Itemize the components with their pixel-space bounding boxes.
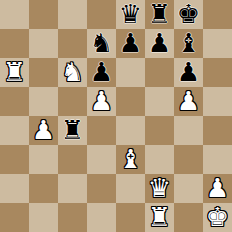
square-g2[interactable]	[174, 174, 203, 203]
piece-white-rook-f1[interactable]: ♜	[148, 203, 171, 232]
square-f8[interactable]: ♜	[145, 0, 174, 29]
square-d6[interactable]: ♟	[87, 58, 116, 87]
square-a7[interactable]	[0, 29, 29, 58]
piece-white-bishop-e3[interactable]: ♝	[119, 145, 142, 174]
square-e7[interactable]: ♟	[116, 29, 145, 58]
square-g5[interactable]: ♟	[174, 87, 203, 116]
square-e4[interactable]	[116, 116, 145, 145]
square-c3[interactable]	[58, 145, 87, 174]
square-b2[interactable]	[29, 174, 58, 203]
square-d3[interactable]	[87, 145, 116, 174]
square-f6[interactable]	[145, 58, 174, 87]
square-g7[interactable]: ♝	[174, 29, 203, 58]
piece-white-king-h1[interactable]: ♚	[206, 203, 229, 232]
square-c1[interactable]	[58, 203, 87, 232]
piece-white-knight-c6[interactable]: ♞	[61, 58, 84, 87]
square-f2[interactable]: ♛	[145, 174, 174, 203]
piece-white-pawn-d5[interactable]: ♟	[90, 87, 113, 116]
chess-board: ♛♜♚♞♟♟♝♜♞♟♟♟♟♟♜♝♛♟♜♚	[0, 0, 232, 232]
square-e8[interactable]: ♛	[116, 0, 145, 29]
square-c4[interactable]: ♜	[58, 116, 87, 145]
square-a5[interactable]	[0, 87, 29, 116]
piece-black-bishop-g7[interactable]: ♝	[177, 29, 200, 58]
piece-white-pawn-b4[interactable]: ♟	[32, 116, 55, 145]
piece-black-king-g8[interactable]: ♚	[177, 0, 200, 29]
square-a2[interactable]	[0, 174, 29, 203]
square-f5[interactable]	[145, 87, 174, 116]
piece-black-queen-e8[interactable]: ♛	[119, 0, 142, 29]
square-h1[interactable]: ♚	[203, 203, 232, 232]
piece-black-rook-f8[interactable]: ♜	[148, 0, 171, 29]
piece-white-pawn-g5[interactable]: ♟	[177, 87, 200, 116]
square-d7[interactable]: ♞	[87, 29, 116, 58]
piece-white-queen-f2[interactable]: ♛	[148, 174, 171, 203]
square-h5[interactable]	[203, 87, 232, 116]
square-d5[interactable]: ♟	[87, 87, 116, 116]
square-e2[interactable]	[116, 174, 145, 203]
square-b1[interactable]	[29, 203, 58, 232]
square-f4[interactable]	[145, 116, 174, 145]
square-h3[interactable]	[203, 145, 232, 174]
square-c2[interactable]	[58, 174, 87, 203]
square-h6[interactable]	[203, 58, 232, 87]
square-a1[interactable]	[0, 203, 29, 232]
square-c6[interactable]: ♞	[58, 58, 87, 87]
square-a3[interactable]	[0, 145, 29, 174]
piece-white-rook-a6[interactable]: ♜	[3, 58, 26, 87]
piece-white-pawn-h2[interactable]: ♟	[206, 174, 229, 203]
square-a4[interactable]	[0, 116, 29, 145]
square-g1[interactable]	[174, 203, 203, 232]
square-d8[interactable]	[87, 0, 116, 29]
square-g4[interactable]	[174, 116, 203, 145]
square-h8[interactable]	[203, 0, 232, 29]
square-b3[interactable]	[29, 145, 58, 174]
square-b6[interactable]	[29, 58, 58, 87]
square-f3[interactable]	[145, 145, 174, 174]
square-g3[interactable]	[174, 145, 203, 174]
piece-black-pawn-g6[interactable]: ♟	[177, 58, 200, 87]
square-b5[interactable]	[29, 87, 58, 116]
square-c7[interactable]	[58, 29, 87, 58]
square-h4[interactable]	[203, 116, 232, 145]
square-c8[interactable]	[58, 0, 87, 29]
square-a8[interactable]	[0, 0, 29, 29]
piece-black-pawn-e7[interactable]: ♟	[119, 29, 142, 58]
square-d2[interactable]	[87, 174, 116, 203]
square-g8[interactable]: ♚	[174, 0, 203, 29]
square-a6[interactable]: ♜	[0, 58, 29, 87]
square-f7[interactable]: ♟	[145, 29, 174, 58]
square-d1[interactable]	[87, 203, 116, 232]
square-e5[interactable]	[116, 87, 145, 116]
square-b4[interactable]: ♟	[29, 116, 58, 145]
square-c5[interactable]	[58, 87, 87, 116]
square-e6[interactable]	[116, 58, 145, 87]
square-f1[interactable]: ♜	[145, 203, 174, 232]
piece-black-pawn-d6[interactable]: ♟	[90, 58, 113, 87]
square-h7[interactable]	[203, 29, 232, 58]
square-g6[interactable]: ♟	[174, 58, 203, 87]
square-b7[interactable]	[29, 29, 58, 58]
square-h2[interactable]: ♟	[203, 174, 232, 203]
piece-black-pawn-f7[interactable]: ♟	[148, 29, 171, 58]
square-b8[interactable]	[29, 0, 58, 29]
piece-black-rook-c4[interactable]: ♜	[61, 116, 84, 145]
square-e3[interactable]: ♝	[116, 145, 145, 174]
square-d4[interactable]	[87, 116, 116, 145]
square-e1[interactable]	[116, 203, 145, 232]
piece-black-knight-d7[interactable]: ♞	[90, 29, 113, 58]
